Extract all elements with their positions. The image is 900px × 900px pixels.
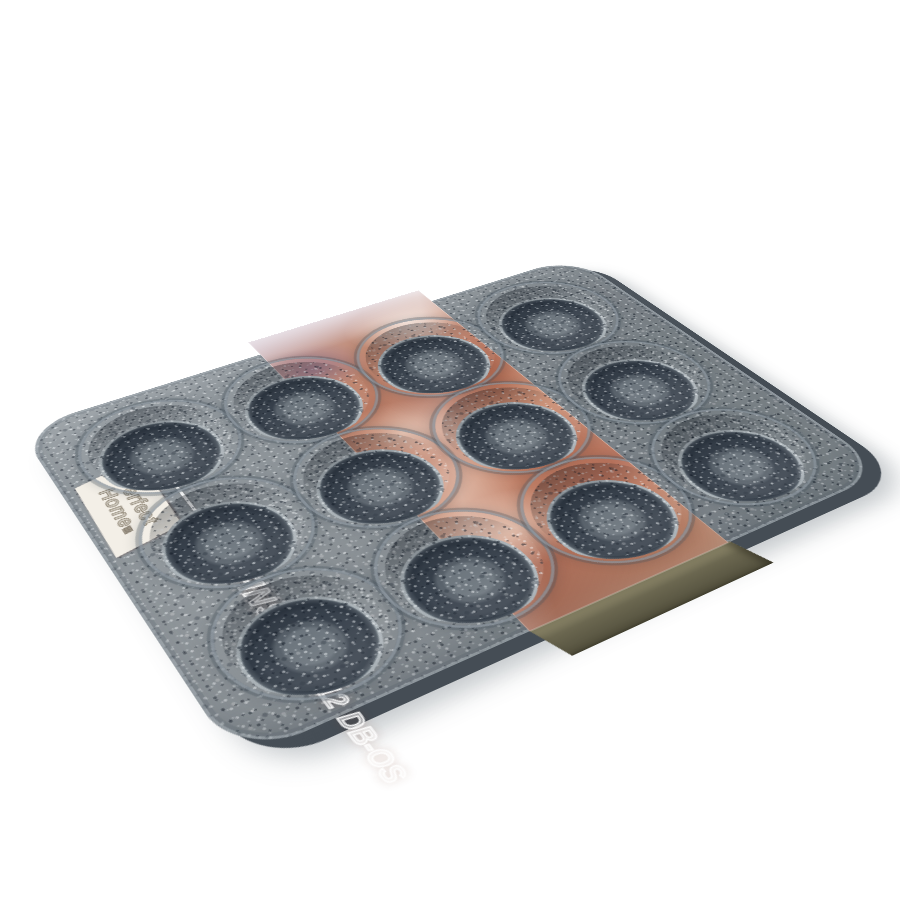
product-photo: Perfect Home▦ MUFFINSÜTŐ12 DB-OS: [0, 0, 900, 900]
muffin-pan: Perfect Home▦ MUFFINSÜTŐ12 DB-OS: [19, 257, 889, 762]
sleeve-count-suffix: DB-OS: [331, 707, 414, 789]
